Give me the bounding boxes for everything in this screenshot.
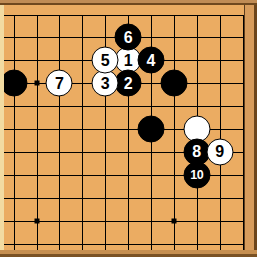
move-number-label: 10 bbox=[190, 169, 203, 182]
stone-white-move-5: 5 bbox=[92, 47, 119, 74]
move-number-label: 5 bbox=[101, 52, 110, 68]
grid-line-horizontal bbox=[4, 221, 243, 222]
move-number-label: 4 bbox=[147, 52, 156, 68]
grid-line-horizontal bbox=[4, 106, 243, 107]
frame-right-edge bbox=[244, 5, 257, 250]
stone-black-move-4: 4 bbox=[138, 47, 165, 74]
stone-black bbox=[4, 70, 27, 97]
move-number-label: 6 bbox=[124, 29, 133, 45]
board-background: 12345678910 bbox=[4, 5, 244, 250]
move-number-label: 8 bbox=[192, 144, 201, 160]
grid-line-vertical bbox=[174, 15, 175, 251]
stone-white-move-7: 7 bbox=[46, 70, 73, 97]
stone-black-move-6: 6 bbox=[115, 24, 142, 51]
go-board-diagram: 12345678910 bbox=[0, 0, 257, 257]
grid-line-vertical bbox=[37, 15, 38, 251]
star-point bbox=[34, 218, 39, 223]
grid-line-horizontal bbox=[4, 15, 243, 16]
stone-white-move-9: 9 bbox=[206, 138, 233, 165]
star-point bbox=[171, 218, 176, 223]
frame-bottom-edge bbox=[0, 250, 257, 257]
grid-line-vertical bbox=[14, 15, 15, 251]
move-number-label: 2 bbox=[124, 75, 133, 91]
stone-black-move-10: 10 bbox=[183, 161, 210, 188]
grid-line-vertical bbox=[82, 15, 83, 251]
move-number-label: 7 bbox=[55, 75, 64, 91]
move-number-label: 1 bbox=[124, 52, 133, 68]
move-number-label: 3 bbox=[101, 75, 110, 91]
move-number-label: 9 bbox=[215, 144, 224, 160]
stone-black bbox=[160, 70, 187, 97]
grid-line-vertical bbox=[220, 15, 221, 251]
stone-black bbox=[138, 116, 165, 143]
grid-line-vertical bbox=[59, 15, 60, 251]
grid-line-horizontal bbox=[4, 198, 243, 199]
grid-line-horizontal bbox=[4, 244, 243, 245]
star-point bbox=[34, 81, 39, 86]
grid-line-vertical bbox=[243, 15, 244, 251]
